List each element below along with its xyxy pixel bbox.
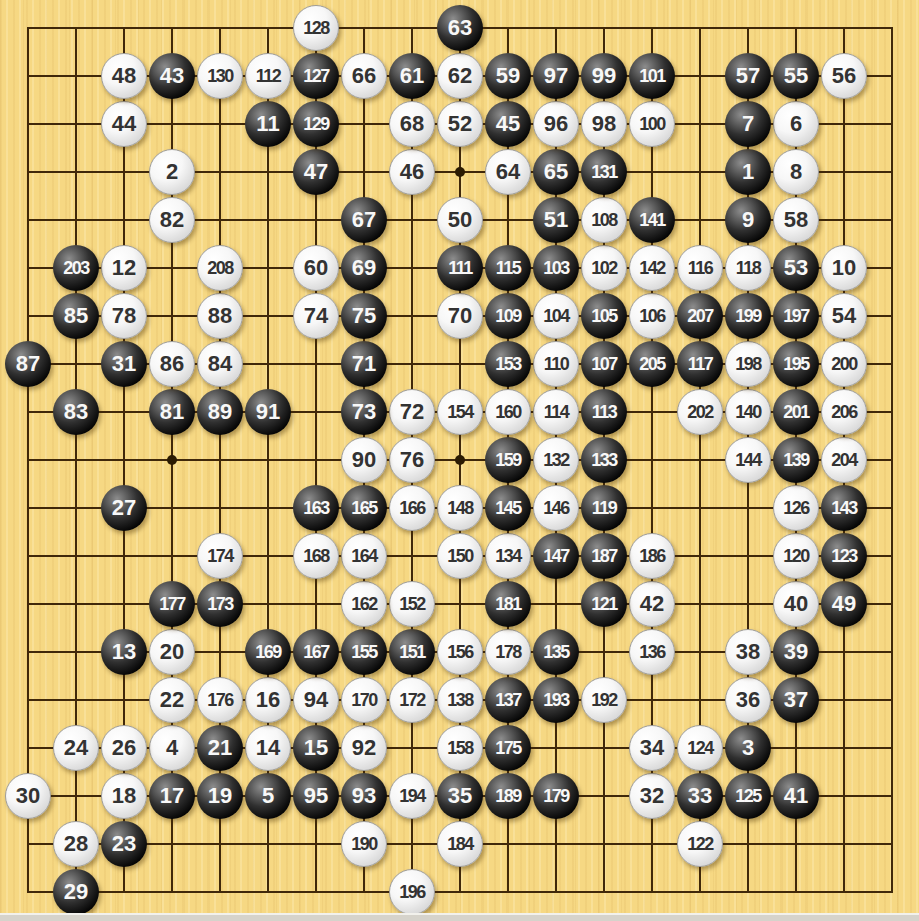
- stone-white-move-10: 10: [821, 245, 867, 291]
- stone-black-move-15: 15: [293, 725, 339, 771]
- star-point: [455, 455, 465, 465]
- stone-black-move-163: 163: [293, 485, 339, 531]
- stone-black-move-61: 61: [389, 53, 435, 99]
- stone-black-move-145: 145: [485, 485, 531, 531]
- stone-black-move-9: 9: [725, 197, 771, 243]
- stone-white-move-160: 160: [485, 389, 531, 435]
- stone-white-move-66: 66: [341, 53, 387, 99]
- stone-white-move-54: 54: [821, 293, 867, 339]
- stone-black-move-137: 137: [485, 677, 531, 723]
- stone-black-move-47: 47: [293, 149, 339, 195]
- stone-black-move-5: 5: [245, 773, 291, 819]
- stone-black-move-181: 181: [485, 581, 531, 627]
- stone-black-move-37: 37: [773, 677, 819, 723]
- stone-black-move-53: 53: [773, 245, 819, 291]
- stone-black-move-49: 49: [821, 581, 867, 627]
- stone-white-move-178: 178: [485, 629, 531, 675]
- stone-white-move-88: 88: [197, 293, 243, 339]
- stone-black-move-31: 31: [101, 341, 147, 387]
- stone-white-move-136: 136: [629, 629, 675, 675]
- stone-white-move-144: 144: [725, 437, 771, 483]
- stone-white-move-2: 2: [149, 149, 195, 195]
- stone-white-move-146: 146: [533, 485, 579, 531]
- stone-white-move-122: 122: [677, 821, 723, 867]
- stone-black-move-165: 165: [341, 485, 387, 531]
- stone-white-move-26: 26: [101, 725, 147, 771]
- stone-white-move-18: 18: [101, 773, 147, 819]
- stone-white-move-60: 60: [293, 245, 339, 291]
- stone-black-move-113: 113: [581, 389, 627, 435]
- stone-white-move-168: 168: [293, 533, 339, 579]
- stone-white-move-190: 190: [341, 821, 387, 867]
- stone-white-move-200: 200: [821, 341, 867, 387]
- stone-white-move-44: 44: [101, 101, 147, 147]
- stone-white-move-126: 126: [773, 485, 819, 531]
- stone-white-move-50: 50: [437, 197, 483, 243]
- stone-black-move-199: 199: [725, 293, 771, 339]
- stone-black-move-41: 41: [773, 773, 819, 819]
- stone-white-move-86: 86: [149, 341, 195, 387]
- stone-white-move-208: 208: [197, 245, 243, 291]
- grid-line-horizontal: [27, 891, 893, 893]
- stone-white-move-76: 76: [389, 437, 435, 483]
- stone-white-move-196: 196: [389, 869, 435, 915]
- stone-white-move-202: 202: [677, 389, 723, 435]
- stone-black-move-153: 153: [485, 341, 531, 387]
- stone-black-move-129: 129: [293, 101, 339, 147]
- stone-white-move-72: 72: [389, 389, 435, 435]
- stone-black-move-21: 21: [197, 725, 243, 771]
- stone-white-move-206: 206: [821, 389, 867, 435]
- stone-black-move-125: 125: [725, 773, 771, 819]
- stone-white-move-118: 118: [725, 245, 771, 291]
- stone-black-move-33: 33: [677, 773, 723, 819]
- stone-black-move-189: 189: [485, 773, 531, 819]
- stone-black-move-133: 133: [581, 437, 627, 483]
- stone-white-move-68: 68: [389, 101, 435, 147]
- stone-white-move-12: 12: [101, 245, 147, 291]
- stone-black-move-35: 35: [437, 773, 483, 819]
- stone-white-move-152: 152: [389, 581, 435, 627]
- stone-black-move-27: 27: [101, 485, 147, 531]
- stone-white-move-154: 154: [437, 389, 483, 435]
- stone-white-move-46: 46: [389, 149, 435, 195]
- stone-white-move-6: 6: [773, 101, 819, 147]
- stone-black-move-55: 55: [773, 53, 819, 99]
- stone-black-move-111: 111: [437, 245, 483, 291]
- stone-black-move-85: 85: [53, 293, 99, 339]
- stone-white-move-42: 42: [629, 581, 675, 627]
- stone-black-move-135: 135: [533, 629, 579, 675]
- stone-black-move-179: 179: [533, 773, 579, 819]
- stone-white-move-116: 116: [677, 245, 723, 291]
- stone-black-move-63: 63: [437, 5, 483, 51]
- stone-black-move-151: 151: [389, 629, 435, 675]
- stone-black-move-73: 73: [341, 389, 387, 435]
- stone-black-move-139: 139: [773, 437, 819, 483]
- stone-white-move-24: 24: [53, 725, 99, 771]
- stone-white-move-14: 14: [245, 725, 291, 771]
- stone-black-move-17: 17: [149, 773, 195, 819]
- stone-black-move-1: 1: [725, 149, 771, 195]
- stone-white-move-142: 142: [629, 245, 675, 291]
- stone-white-move-100: 100: [629, 101, 675, 147]
- stone-white-move-132: 132: [533, 437, 579, 483]
- stone-black-move-167: 167: [293, 629, 339, 675]
- stone-white-move-92: 92: [341, 725, 387, 771]
- stone-white-move-28: 28: [53, 821, 99, 867]
- stone-white-move-184: 184: [437, 821, 483, 867]
- stone-black-move-45: 45: [485, 101, 531, 147]
- stone-white-move-104: 104: [533, 293, 579, 339]
- stone-black-move-203: 203: [53, 245, 99, 291]
- stone-black-move-175: 175: [485, 725, 531, 771]
- stone-white-move-120: 120: [773, 533, 819, 579]
- stone-white-move-204: 204: [821, 437, 867, 483]
- stone-white-move-58: 58: [773, 197, 819, 243]
- stone-black-move-127: 127: [293, 53, 339, 99]
- stone-black-move-11: 11: [245, 101, 291, 147]
- stone-black-move-131: 131: [581, 149, 627, 195]
- stone-black-move-187: 187: [581, 533, 627, 579]
- stone-white-move-94: 94: [293, 677, 339, 723]
- stone-white-move-134: 134: [485, 533, 531, 579]
- stone-white-move-106: 106: [629, 293, 675, 339]
- stone-white-move-186: 186: [629, 533, 675, 579]
- stone-black-move-147: 147: [533, 533, 579, 579]
- stone-white-move-130: 130: [197, 53, 243, 99]
- stone-white-move-166: 166: [389, 485, 435, 531]
- stone-white-move-110: 110: [533, 341, 579, 387]
- stone-black-move-103: 103: [533, 245, 579, 291]
- stone-black-move-207: 207: [677, 293, 723, 339]
- stone-white-move-156: 156: [437, 629, 483, 675]
- stone-white-move-128: 128: [293, 5, 339, 51]
- stone-black-move-81: 81: [149, 389, 195, 435]
- stone-black-move-13: 13: [101, 629, 147, 675]
- stone-black-move-159: 159: [485, 437, 531, 483]
- stone-white-move-174: 174: [197, 533, 243, 579]
- star-point: [455, 167, 465, 177]
- stone-white-move-34: 34: [629, 725, 675, 771]
- stone-black-move-29: 29: [53, 869, 99, 915]
- stone-black-move-7: 7: [725, 101, 771, 147]
- stone-white-move-40: 40: [773, 581, 819, 627]
- stone-black-move-75: 75: [341, 293, 387, 339]
- stone-black-move-107: 107: [581, 341, 627, 387]
- stone-white-move-164: 164: [341, 533, 387, 579]
- stone-white-move-192: 192: [581, 677, 627, 723]
- stone-white-move-4: 4: [149, 725, 195, 771]
- stone-white-move-48: 48: [101, 53, 147, 99]
- stone-black-move-89: 89: [197, 389, 243, 435]
- stone-white-move-22: 22: [149, 677, 195, 723]
- stone-white-move-172: 172: [389, 677, 435, 723]
- stone-white-move-30: 30: [5, 773, 51, 819]
- stone-white-move-38: 38: [725, 629, 771, 675]
- stone-black-move-169: 169: [245, 629, 291, 675]
- stone-black-move-71: 71: [341, 341, 387, 387]
- stone-black-move-91: 91: [245, 389, 291, 435]
- stone-white-move-20: 20: [149, 629, 195, 675]
- stone-black-move-97: 97: [533, 53, 579, 99]
- stone-white-move-52: 52: [437, 101, 483, 147]
- stone-black-move-19: 19: [197, 773, 243, 819]
- stone-white-move-96: 96: [533, 101, 579, 147]
- stone-black-move-109: 109: [485, 293, 531, 339]
- stone-black-move-51: 51: [533, 197, 579, 243]
- stone-white-move-114: 114: [533, 389, 579, 435]
- stone-white-move-112: 112: [245, 53, 291, 99]
- stone-white-move-56: 56: [821, 53, 867, 99]
- stone-black-move-115: 115: [485, 245, 531, 291]
- stone-black-move-143: 143: [821, 485, 867, 531]
- go-board: 1234567891011121314151617181920212223242…: [0, 0, 919, 913]
- stone-black-move-3: 3: [725, 725, 771, 771]
- stone-white-move-64: 64: [485, 149, 531, 195]
- stone-white-move-158: 158: [437, 725, 483, 771]
- bottom-edge-strip: [0, 913, 919, 921]
- stone-black-move-67: 67: [341, 197, 387, 243]
- stone-black-move-117: 117: [677, 341, 723, 387]
- stone-black-move-87: 87: [5, 341, 51, 387]
- stone-black-move-197: 197: [773, 293, 819, 339]
- stone-white-move-176: 176: [197, 677, 243, 723]
- stone-black-move-65: 65: [533, 149, 579, 195]
- stone-black-move-39: 39: [773, 629, 819, 675]
- stone-black-move-177: 177: [149, 581, 195, 627]
- stone-white-move-70: 70: [437, 293, 483, 339]
- stone-black-move-155: 155: [341, 629, 387, 675]
- stone-white-move-36: 36: [725, 677, 771, 723]
- stone-black-move-69: 69: [341, 245, 387, 291]
- stone-black-move-105: 105: [581, 293, 627, 339]
- stone-white-move-108: 108: [581, 197, 627, 243]
- stone-black-move-93: 93: [341, 773, 387, 819]
- stone-white-move-194: 194: [389, 773, 435, 819]
- stone-black-move-57: 57: [725, 53, 771, 99]
- stone-white-move-8: 8: [773, 149, 819, 195]
- stone-black-move-193: 193: [533, 677, 579, 723]
- stone-black-move-121: 121: [581, 581, 627, 627]
- stone-black-move-23: 23: [101, 821, 147, 867]
- stone-black-move-141: 141: [629, 197, 675, 243]
- stone-white-move-32: 32: [629, 773, 675, 819]
- stone-white-move-62: 62: [437, 53, 483, 99]
- stone-white-move-102: 102: [581, 245, 627, 291]
- stone-white-move-98: 98: [581, 101, 627, 147]
- stone-black-move-119: 119: [581, 485, 627, 531]
- stone-white-move-84: 84: [197, 341, 243, 387]
- stone-white-move-16: 16: [245, 677, 291, 723]
- star-point: [167, 455, 177, 465]
- stone-white-move-124: 124: [677, 725, 723, 771]
- stone-black-move-101: 101: [629, 53, 675, 99]
- stone-white-move-170: 170: [341, 677, 387, 723]
- stone-black-move-99: 99: [581, 53, 627, 99]
- stone-black-move-195: 195: [773, 341, 819, 387]
- stone-black-move-59: 59: [485, 53, 531, 99]
- stone-white-move-138: 138: [437, 677, 483, 723]
- stone-white-move-140: 140: [725, 389, 771, 435]
- stone-black-move-43: 43: [149, 53, 195, 99]
- stone-white-move-78: 78: [101, 293, 147, 339]
- go-kifu-diagram: 1234567891011121314151617181920212223242…: [0, 0, 919, 921]
- stone-black-move-83: 83: [53, 389, 99, 435]
- stone-black-move-201: 201: [773, 389, 819, 435]
- stone-white-move-162: 162: [341, 581, 387, 627]
- stone-black-move-123: 123: [821, 533, 867, 579]
- stone-black-move-205: 205: [629, 341, 675, 387]
- stone-white-move-90: 90: [341, 437, 387, 483]
- grid-line-vertical: [891, 27, 893, 893]
- stone-black-move-95: 95: [293, 773, 339, 819]
- stone-black-move-173: 173: [197, 581, 243, 627]
- stone-white-move-82: 82: [149, 197, 195, 243]
- stone-white-move-150: 150: [437, 533, 483, 579]
- stone-white-move-198: 198: [725, 341, 771, 387]
- stone-white-move-148: 148: [437, 485, 483, 531]
- stone-white-move-74: 74: [293, 293, 339, 339]
